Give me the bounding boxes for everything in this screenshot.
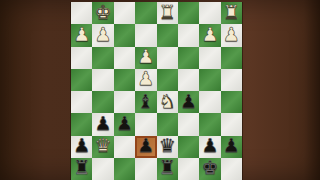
square-f1[interactable]	[178, 158, 199, 180]
square-e2[interactable]: ♛	[157, 136, 178, 158]
square-g2[interactable]: ♟	[199, 136, 220, 158]
square-a1[interactable]: ♜	[71, 158, 92, 180]
square-a2[interactable]: ♟	[71, 136, 92, 158]
square-h1[interactable]	[221, 158, 242, 180]
piece-white-pawn: ♟	[73, 25, 90, 44]
square-b1[interactable]	[92, 158, 113, 180]
square-g8[interactable]	[199, 2, 220, 24]
piece-black-pawn: ♟	[201, 136, 218, 155]
square-d3[interactable]	[135, 113, 156, 135]
piece-white-pawn: ♟	[137, 69, 154, 88]
square-b5[interactable]	[92, 69, 113, 91]
square-e3[interactable]	[157, 113, 178, 135]
square-g5[interactable]	[199, 69, 220, 91]
square-h8[interactable]: ♜	[221, 2, 242, 24]
square-a5[interactable]	[71, 69, 92, 91]
piece-white-pawn: ♟	[137, 47, 154, 66]
square-b6[interactable]	[92, 47, 113, 69]
square-a4[interactable]	[71, 91, 92, 113]
square-d5[interactable]: ♟	[135, 69, 156, 91]
piece-white-rook: ♜	[223, 3, 240, 22]
square-f2[interactable]	[178, 136, 199, 158]
square-c2[interactable]	[114, 136, 135, 158]
square-f5[interactable]	[178, 69, 199, 91]
square-d7[interactable]	[135, 24, 156, 46]
square-f3[interactable]	[178, 113, 199, 135]
square-h6[interactable]	[221, 47, 242, 69]
piece-black-bishop: ♝	[137, 92, 154, 111]
square-d4[interactable]: ♝	[135, 91, 156, 113]
square-c8[interactable]	[114, 2, 135, 24]
square-c7[interactable]	[114, 24, 135, 46]
square-a6[interactable]	[71, 47, 92, 69]
piece-white-pawn: ♟	[223, 25, 240, 44]
square-e6[interactable]	[157, 47, 178, 69]
square-g1[interactable]: ♚	[199, 158, 220, 180]
piece-white-queen: ♛	[95, 136, 112, 155]
square-g4[interactable]	[199, 91, 220, 113]
piece-black-pawn: ♟	[180, 92, 197, 111]
square-h5[interactable]	[221, 69, 242, 91]
square-c6[interactable]	[114, 47, 135, 69]
piece-black-pawn: ♟	[137, 136, 154, 155]
square-e1[interactable]: ♜	[157, 158, 178, 180]
piece-white-pawn: ♟	[201, 25, 218, 44]
piece-white-king: ♚	[95, 3, 112, 22]
square-e4[interactable]: ♞	[157, 91, 178, 113]
piece-black-pawn: ♟	[116, 114, 133, 133]
square-a3[interactable]	[71, 113, 92, 135]
chess-board: ♚♜♜♟♟♟♟♟♟♝♞♟♟♟♟♛♟♛♟♟♜♜♚	[70, 2, 243, 180]
piece-black-rook: ♜	[159, 158, 176, 177]
square-d2[interactable]: ♟	[135, 136, 156, 158]
square-d1[interactable]	[135, 158, 156, 180]
square-c3[interactable]: ♟	[114, 113, 135, 135]
square-h4[interactable]	[221, 91, 242, 113]
square-c4[interactable]	[114, 91, 135, 113]
square-a8[interactable]	[71, 2, 92, 24]
square-f8[interactable]	[178, 2, 199, 24]
square-h7[interactable]: ♟	[221, 24, 242, 46]
square-b8[interactable]: ♚	[92, 2, 113, 24]
square-f7[interactable]	[178, 24, 199, 46]
piece-white-pawn: ♟	[95, 25, 112, 44]
square-e5[interactable]	[157, 69, 178, 91]
square-d8[interactable]	[135, 2, 156, 24]
piece-black-rook: ♜	[73, 158, 90, 177]
square-b4[interactable]	[92, 91, 113, 113]
square-f6[interactable]	[178, 47, 199, 69]
piece-black-pawn: ♟	[95, 114, 112, 133]
piece-black-king: ♚	[201, 158, 218, 177]
square-b2[interactable]: ♛	[92, 136, 113, 158]
square-e7[interactable]	[157, 24, 178, 46]
square-g7[interactable]: ♟	[199, 24, 220, 46]
square-b3[interactable]: ♟	[92, 113, 113, 135]
piece-black-pawn: ♟	[73, 136, 90, 155]
square-h3[interactable]	[221, 113, 242, 135]
square-c1[interactable]	[114, 158, 135, 180]
square-h2[interactable]: ♟	[221, 136, 242, 158]
square-g3[interactable]	[199, 113, 220, 135]
square-g6[interactable]	[199, 47, 220, 69]
piece-white-knight: ♞	[159, 92, 176, 111]
square-e8[interactable]: ♜	[157, 2, 178, 24]
square-d6[interactable]: ♟	[135, 47, 156, 69]
chess-thumbnail-scene: ♚♜♜♟♟♟♟♟♟♝♞♟♟♟♟♛♟♛♟♟♜♜♚	[0, 0, 320, 180]
square-b7[interactable]: ♟	[92, 24, 113, 46]
piece-black-pawn: ♟	[223, 136, 240, 155]
square-c5[interactable]	[114, 69, 135, 91]
piece-white-rook: ♜	[159, 3, 176, 22]
square-a7[interactable]: ♟	[71, 24, 92, 46]
square-f4[interactable]: ♟	[178, 91, 199, 113]
piece-black-queen: ♛	[159, 136, 176, 155]
